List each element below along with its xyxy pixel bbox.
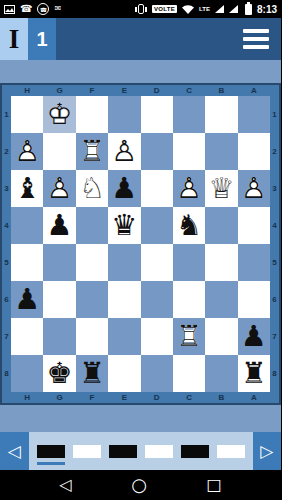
back-button[interactable]: ◁ xyxy=(59,477,71,493)
square-c4[interactable]: ♞ xyxy=(173,207,205,244)
piece-white-king[interactable]: ♚♔ xyxy=(43,96,75,133)
square-f4[interactable] xyxy=(76,207,108,244)
square-f7[interactable] xyxy=(76,318,108,355)
rank-label-4: 4 xyxy=(2,207,11,244)
square-a1[interactable] xyxy=(238,96,270,133)
square-h5[interactable] xyxy=(11,244,43,281)
square-h4[interactable] xyxy=(11,207,43,244)
square-h2[interactable]: ♟♙ xyxy=(11,133,43,170)
file-label-d: D xyxy=(141,392,173,403)
square-b3[interactable]: ♛♕ xyxy=(205,170,237,207)
rank-label-5: 5 xyxy=(2,244,11,281)
square-d8[interactable] xyxy=(141,355,173,392)
file-label-g: G xyxy=(43,392,75,403)
square-f6[interactable] xyxy=(76,281,108,318)
square-d5[interactable] xyxy=(141,244,173,281)
file-label-d: D xyxy=(141,85,173,96)
file-labels-top: HGFEDCBA xyxy=(2,85,279,96)
square-h6[interactable]: ♟ xyxy=(11,281,43,318)
rank-labels-left: 12345678 xyxy=(2,96,11,392)
rank-label-1: 1 xyxy=(2,96,11,133)
square-f1[interactable] xyxy=(76,96,108,133)
square-g7[interactable] xyxy=(43,318,75,355)
piece-white-pawn[interactable]: ♟♙ xyxy=(238,170,270,207)
square-g4[interactable]: ♟ xyxy=(43,207,75,244)
rank-label-3: 3 xyxy=(270,170,279,207)
move-thumbnail-4[interactable] xyxy=(145,445,173,458)
signal-icon-2 xyxy=(229,5,238,13)
square-a8[interactable]: ♜ xyxy=(238,355,270,392)
piece-white-rook[interactable]: ♜♖ xyxy=(76,133,108,170)
wifi-icon xyxy=(182,5,194,14)
piece-black-rook[interactable]: ♜ xyxy=(76,355,108,392)
piece-white-queen[interactable]: ♛♕ xyxy=(205,170,237,207)
piece-white-pawn[interactable]: ♟♙ xyxy=(173,170,205,207)
thumbnail-strip xyxy=(29,432,253,470)
square-c8[interactable] xyxy=(173,355,205,392)
move-filmstrip: ◁ ▷ xyxy=(0,432,281,470)
squares-grid: ♚♔♟♙♜♖♟♙♝♟♙♞♘♟♟♙♛♕♟♙♟♛♞♟♜♖♟♚♜♜ xyxy=(11,96,270,392)
piece-white-pawn[interactable]: ♟♙ xyxy=(11,133,43,170)
move-thumbnail-5[interactable] xyxy=(181,445,209,458)
menu-icon[interactable] xyxy=(243,18,281,60)
rank-label-4: 4 xyxy=(270,207,279,244)
square-e3[interactable]: ♟ xyxy=(108,170,140,207)
square-h8[interactable] xyxy=(11,355,43,392)
rank-label-3: 3 xyxy=(2,170,11,207)
vibrate-icon xyxy=(135,4,147,14)
square-c7[interactable]: ♜♖ xyxy=(173,318,205,355)
volte-badge: VOLTE xyxy=(152,5,177,13)
screenshot-icon xyxy=(4,5,15,14)
next-move-button[interactable]: ▷ xyxy=(253,432,282,470)
square-e2[interactable]: ♟♙ xyxy=(108,133,140,170)
file-label-b: B xyxy=(205,85,237,96)
square-b6[interactable] xyxy=(205,281,237,318)
square-b8[interactable] xyxy=(205,355,237,392)
square-d7[interactable] xyxy=(141,318,173,355)
move-thumbnail-6[interactable] xyxy=(217,445,245,458)
status-bar: ☎ ☎ ✉ VOLTE LTE 8:13 xyxy=(0,0,281,18)
file-label-b: B xyxy=(205,392,237,403)
square-d2[interactable] xyxy=(141,133,173,170)
clock-text: 8:13 xyxy=(257,4,277,15)
battery-icon xyxy=(245,4,252,15)
file-label-c: C xyxy=(173,392,205,403)
file-label-g: G xyxy=(43,85,75,96)
move-thumbnail-2[interactable] xyxy=(73,445,101,458)
move-number-badge: 1 xyxy=(28,18,56,60)
piece-black-pawn[interactable]: ♟ xyxy=(238,318,270,355)
piece-white-rook[interactable]: ♜♖ xyxy=(173,318,205,355)
square-e8[interactable] xyxy=(108,355,140,392)
square-e7[interactable] xyxy=(108,318,140,355)
move-thumbnail-3[interactable] xyxy=(109,445,137,458)
prev-move-button[interactable]: ◁ xyxy=(0,432,29,470)
square-c2[interactable] xyxy=(173,133,205,170)
square-a6[interactable] xyxy=(238,281,270,318)
rank-label-6: 6 xyxy=(270,281,279,318)
piece-white-pawn[interactable]: ♟♙ xyxy=(108,133,140,170)
file-labels-bottom: HGFEDCBA xyxy=(2,392,279,403)
square-g5[interactable] xyxy=(43,244,75,281)
file-label-f: F xyxy=(76,392,108,403)
file-label-e: E xyxy=(108,85,140,96)
square-c1[interactable] xyxy=(173,96,205,133)
square-g1[interactable]: ♚♔ xyxy=(43,96,75,133)
square-d6[interactable] xyxy=(141,281,173,318)
square-f5[interactable] xyxy=(76,244,108,281)
whatsapp-icon: ☎ xyxy=(37,3,49,15)
content-area: HGFEDCBA 12345678 ♚♔♟♙♜♖♟♙♝♟♙♞♘♟♟♙♛♕♟♙♟♛… xyxy=(0,60,281,470)
rank-label-8: 8 xyxy=(2,355,11,392)
piece-black-rook[interactable]: ♜ xyxy=(238,355,270,392)
piece-black-pawn[interactable]: ♟ xyxy=(11,281,43,318)
app-initial-badge: I xyxy=(0,18,28,60)
square-e6[interactable] xyxy=(108,281,140,318)
square-b7[interactable] xyxy=(205,318,237,355)
square-h3[interactable]: ♝ xyxy=(11,170,43,207)
signal-icon xyxy=(215,5,224,13)
file-label-f: F xyxy=(76,85,108,96)
lte-icon: LTE xyxy=(199,6,210,12)
file-label-h: H xyxy=(11,85,43,96)
file-label-a: A xyxy=(238,392,270,403)
square-c6[interactable] xyxy=(173,281,205,318)
square-h7[interactable] xyxy=(11,318,43,355)
square-g6[interactable] xyxy=(43,281,75,318)
piece-black-pawn[interactable]: ♟ xyxy=(43,207,75,244)
square-b1[interactable] xyxy=(205,96,237,133)
rank-label-7: 7 xyxy=(2,318,11,355)
square-c3[interactable]: ♟♙ xyxy=(173,170,205,207)
app-header: I 1 xyxy=(0,18,281,60)
chess-board: HGFEDCBA 12345678 ♚♔♟♙♜♖♟♙♝♟♙♞♘♟♟♙♛♕♟♙♟♛… xyxy=(0,83,281,405)
square-g2[interactable] xyxy=(43,133,75,170)
recents-button[interactable]: □ xyxy=(206,477,221,493)
square-d1[interactable] xyxy=(141,96,173,133)
square-g3[interactable]: ♟♙ xyxy=(43,170,75,207)
rank-label-7: 7 xyxy=(270,318,279,355)
square-a3[interactable]: ♟♙ xyxy=(238,170,270,207)
square-d3[interactable] xyxy=(141,170,173,207)
rank-labels-right: 12345678 xyxy=(270,96,279,392)
phone-icon: ☎ xyxy=(20,4,32,14)
square-a2[interactable] xyxy=(238,133,270,170)
square-b2[interactable] xyxy=(205,133,237,170)
rank-label-5: 5 xyxy=(270,244,279,281)
mail-icon: ✉ xyxy=(54,5,61,13)
piece-black-knight[interactable]: ♞ xyxy=(173,207,205,244)
piece-black-pawn[interactable]: ♟ xyxy=(108,170,140,207)
square-b4[interactable] xyxy=(205,207,237,244)
file-label-e: E xyxy=(108,392,140,403)
square-f2[interactable]: ♜♖ xyxy=(76,133,108,170)
square-f8[interactable]: ♜ xyxy=(76,355,108,392)
square-h1[interactable] xyxy=(11,96,43,133)
square-e1[interactable] xyxy=(108,96,140,133)
square-a5[interactable] xyxy=(238,244,270,281)
square-c5[interactable] xyxy=(173,244,205,281)
file-label-c: C xyxy=(173,85,205,96)
square-a4[interactable] xyxy=(238,207,270,244)
rank-label-8: 8 xyxy=(270,355,279,392)
piece-white-knight[interactable]: ♞♘ xyxy=(76,170,108,207)
square-b5[interactable] xyxy=(205,244,237,281)
square-a7[interactable]: ♟ xyxy=(238,318,270,355)
piece-white-pawn[interactable]: ♟♙ xyxy=(43,170,75,207)
piece-black-queen[interactable]: ♛ xyxy=(108,207,140,244)
piece-black-king[interactable]: ♚ xyxy=(43,355,75,392)
file-label-a: A xyxy=(238,85,270,96)
square-g8[interactable]: ♚ xyxy=(43,355,75,392)
piece-black-bishop[interactable]: ♝ xyxy=(11,170,43,207)
move-thumbnail-1[interactable] xyxy=(37,445,65,458)
android-nav-bar: ◁ ○ □ xyxy=(0,470,281,500)
square-e4[interactable]: ♛ xyxy=(108,207,140,244)
square-f3[interactable]: ♞♘ xyxy=(76,170,108,207)
rank-label-2: 2 xyxy=(2,133,11,170)
file-label-h: H xyxy=(11,392,43,403)
rank-label-6: 6 xyxy=(2,281,11,318)
rank-label-2: 2 xyxy=(270,133,279,170)
rank-label-1: 1 xyxy=(270,96,279,133)
square-e5[interactable] xyxy=(108,244,140,281)
square-d4[interactable] xyxy=(141,207,173,244)
home-button[interactable]: ○ xyxy=(131,476,147,494)
